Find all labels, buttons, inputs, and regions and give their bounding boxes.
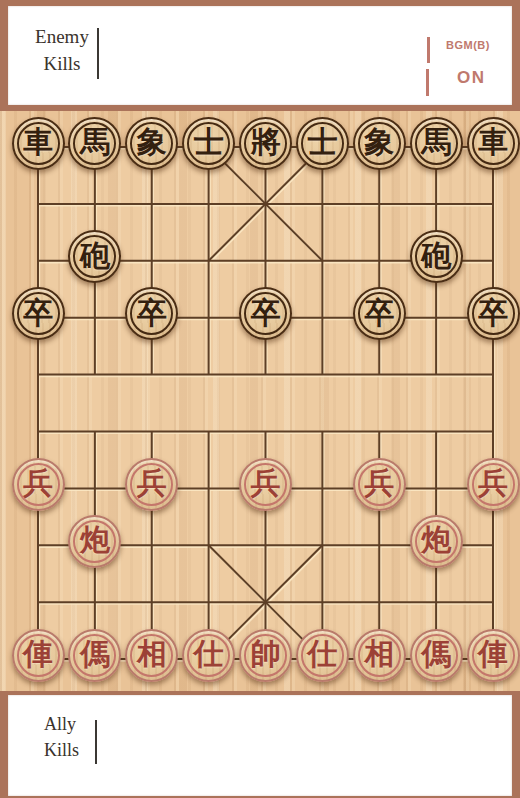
piece-black-chariot[interactable]: 車 [467,117,520,170]
ally-kills-divider [95,720,97,764]
piece-glyph: 馬 [421,127,451,157]
piece-red-cannon[interactable]: 炮 [68,515,121,568]
ally-kills-line2: Kills [44,737,79,763]
piece-glyph: 俥 [23,639,53,669]
piece-glyph: 帥 [251,639,281,669]
piece-red-soldier[interactable]: 兵 [125,458,178,511]
piece-glyph: 兵 [478,468,508,498]
piece-glyph: 車 [478,127,508,157]
piece-glyph: 仕 [307,639,337,669]
enemy-kills-panel: Enemy Kills BGM(B) ON [8,6,512,105]
piece-glyph: 將 [251,127,281,157]
piece-red-advisor[interactable]: 仕 [182,629,235,682]
piece-red-soldier[interactable]: 兵 [353,458,406,511]
bgm-label: BGM(B) [446,39,516,51]
ally-kills-line1: Ally [44,711,79,737]
piece-glyph: 炮 [421,525,451,555]
ally-kills-panel: Ally Kills [8,695,512,796]
enemy-kills-divider [97,28,99,79]
piece-glyph: 砲 [80,241,110,271]
piece-black-horse[interactable]: 馬 [410,117,463,170]
piece-black-soldier[interactable]: 卒 [239,287,292,340]
piece-red-soldier[interactable]: 兵 [239,458,292,511]
piece-black-soldier[interactable]: 卒 [12,287,65,340]
board-grid [0,111,520,691]
enemy-kills-title: Enemy Kills [30,23,94,77]
piece-red-advisor[interactable]: 仕 [296,629,349,682]
enemy-kills-line2: Kills [30,50,94,77]
piece-glyph: 相 [137,639,167,669]
piece-red-chariot[interactable]: 俥 [467,629,520,682]
piece-black-chariot[interactable]: 車 [12,117,65,170]
piece-red-soldier[interactable]: 兵 [467,458,520,511]
piece-black-cannon[interactable]: 砲 [410,230,463,283]
piece-glyph: 卒 [478,298,508,328]
ally-kills-title: Ally Kills [44,711,79,763]
piece-black-soldier[interactable]: 卒 [353,287,406,340]
piece-glyph: 兵 [23,468,53,498]
piece-red-horse[interactable]: 傌 [410,629,463,682]
piece-red-general[interactable]: 帥 [239,629,292,682]
bgm-state-divider [426,69,429,96]
piece-glyph: 卒 [23,298,53,328]
piece-black-advisor[interactable]: 士 [296,117,349,170]
piece-black-general[interactable]: 將 [239,117,292,170]
piece-red-elephant[interactable]: 相 [353,629,406,682]
piece-black-elephant[interactable]: 象 [353,117,406,170]
bgm-divider [427,37,430,63]
enemy-kills-line1: Enemy [30,23,94,50]
piece-black-horse[interactable]: 馬 [68,117,121,170]
piece-glyph: 卒 [137,298,167,328]
piece-red-soldier[interactable]: 兵 [12,458,65,511]
bgm-toggle-button[interactable]: ON [457,68,486,88]
piece-glyph: 士 [307,127,337,157]
piece-glyph: 兵 [137,468,167,498]
piece-glyph: 俥 [478,639,508,669]
piece-glyph: 傌 [80,639,110,669]
piece-glyph: 象 [137,127,167,157]
piece-black-elephant[interactable]: 象 [125,117,178,170]
piece-glyph: 仕 [194,639,224,669]
piece-red-cannon[interactable]: 炮 [410,515,463,568]
piece-glyph: 傌 [421,639,451,669]
piece-red-elephant[interactable]: 相 [125,629,178,682]
piece-red-horse[interactable]: 傌 [68,629,121,682]
piece-black-advisor[interactable]: 士 [182,117,235,170]
piece-glyph: 士 [194,127,224,157]
piece-glyph: 象 [364,127,394,157]
piece-glyph: 炮 [80,525,110,555]
piece-glyph: 車 [23,127,53,157]
piece-glyph: 卒 [251,298,281,328]
piece-glyph: 相 [364,639,394,669]
piece-red-chariot[interactable]: 俥 [12,629,65,682]
piece-glyph: 卒 [364,298,394,328]
piece-glyph: 兵 [364,468,394,498]
piece-black-soldier[interactable]: 卒 [467,287,520,340]
xiangqi-board[interactable]: 車馬象士將士象馬車砲砲卒卒卒卒卒兵兵兵兵兵炮炮俥傌相仕帥仕相傌俥 [0,111,520,691]
piece-glyph: 砲 [421,241,451,271]
piece-glyph: 馬 [80,127,110,157]
piece-glyph: 兵 [251,468,281,498]
